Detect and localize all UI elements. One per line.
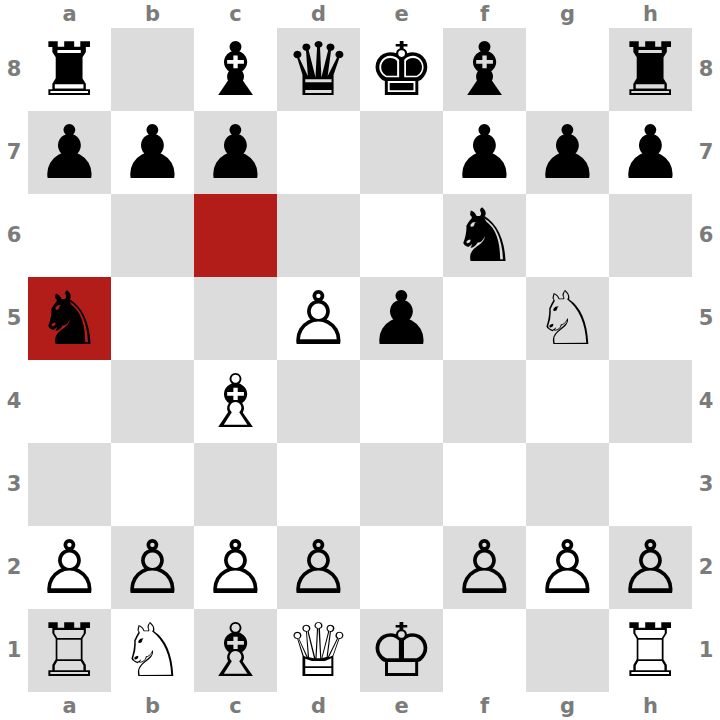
square-a6[interactable]	[28, 194, 111, 277]
square-d8[interactable]: ♛	[277, 28, 360, 111]
square-b5[interactable]	[111, 277, 194, 360]
square-h5[interactable]	[609, 277, 692, 360]
square-a8[interactable]: ♜	[28, 28, 111, 111]
square-b7[interactable]: ♟	[111, 111, 194, 194]
corner-spacer	[692, 0, 720, 28]
file-label-d: d	[277, 0, 360, 28]
white-pawn[interactable]: ♙	[285, 277, 351, 360]
white-knight[interactable]: ♘	[534, 277, 600, 360]
black-pawn[interactable]: ♟	[534, 111, 600, 194]
rank-label-5: 5	[0, 277, 28, 360]
rank-label-2: 2	[0, 526, 28, 609]
file-label-a: a	[28, 692, 111, 720]
black-pawn[interactable]: ♟	[617, 111, 683, 194]
square-a7[interactable]: ♟	[28, 111, 111, 194]
square-d1[interactable]: ♕	[277, 609, 360, 692]
square-h6[interactable]	[609, 194, 692, 277]
white-rook[interactable]: ♖	[617, 609, 683, 692]
rank-label-1: 1	[0, 609, 28, 692]
rank-labels-left: 87654321	[0, 28, 28, 692]
file-label-h: h	[609, 0, 692, 28]
white-pawn[interactable]: ♙	[36, 526, 102, 609]
file-label-c: c	[194, 0, 277, 28]
square-e8[interactable]: ♚	[360, 28, 443, 111]
rank-label-5: 5	[692, 277, 720, 360]
square-d6[interactable]	[277, 194, 360, 277]
square-b2[interactable]: ♙	[111, 526, 194, 609]
white-pawn[interactable]: ♙	[451, 526, 517, 609]
square-d7[interactable]	[277, 111, 360, 194]
square-h1[interactable]: ♖	[609, 609, 692, 692]
white-pawn[interactable]: ♙	[534, 526, 600, 609]
rank-label-7: 7	[692, 111, 720, 194]
black-pawn[interactable]: ♟	[451, 111, 517, 194]
white-bishop[interactable]: ♗	[202, 609, 268, 692]
square-a4[interactable]	[28, 360, 111, 443]
square-f5[interactable]	[443, 277, 526, 360]
square-h4[interactable]	[609, 360, 692, 443]
rank-label-6: 6	[692, 194, 720, 277]
file-label-b: b	[111, 0, 194, 28]
square-f2[interactable]: ♙	[443, 526, 526, 609]
square-f3[interactable]	[443, 443, 526, 526]
rank-label-8: 8	[0, 28, 28, 111]
square-c7[interactable]: ♟	[194, 111, 277, 194]
black-pawn[interactable]: ♟	[202, 111, 268, 194]
file-label-b: b	[111, 692, 194, 720]
file-label-e: e	[360, 0, 443, 28]
square-e6[interactable]	[360, 194, 443, 277]
corner-spacer	[0, 692, 28, 720]
white-pawn[interactable]: ♙	[617, 526, 683, 609]
chessboard: abcdefgh 87654321 ♜♝♛♚♝♜♟♟♟♟♟♟♞♞♙♟♘♗♙♙♙♙…	[0, 0, 720, 720]
rank-label-8: 8	[692, 28, 720, 111]
square-c1[interactable]: ♗	[194, 609, 277, 692]
square-c8[interactable]: ♝	[194, 28, 277, 111]
square-b6[interactable]	[111, 194, 194, 277]
square-e7[interactable]	[360, 111, 443, 194]
square-b4[interactable]	[111, 360, 194, 443]
file-label-e: e	[360, 692, 443, 720]
white-pawn[interactable]: ♙	[285, 526, 351, 609]
black-knight[interactable]: ♞	[36, 277, 102, 360]
black-pawn[interactable]: ♟	[368, 277, 434, 360]
square-c3[interactable]	[194, 443, 277, 526]
black-king[interactable]: ♚	[368, 28, 434, 111]
file-label-d: d	[277, 692, 360, 720]
square-c2[interactable]: ♙	[194, 526, 277, 609]
board-grid: ♜♝♛♚♝♜♟♟♟♟♟♟♞♞♙♟♘♗♙♙♙♙♙♙♙♖♘♗♕♔♖	[28, 28, 692, 692]
black-rook[interactable]: ♜	[36, 28, 102, 111]
rank-label-1: 1	[692, 609, 720, 692]
rank-label-6: 6	[0, 194, 28, 277]
rank-label-3: 3	[0, 443, 28, 526]
square-e3[interactable]	[360, 443, 443, 526]
square-a1[interactable]: ♖	[28, 609, 111, 692]
file-label-f: f	[443, 692, 526, 720]
square-d5[interactable]: ♙	[277, 277, 360, 360]
corner-spacer	[692, 692, 720, 720]
square-d4[interactable]	[277, 360, 360, 443]
black-bishop[interactable]: ♝	[202, 28, 268, 111]
white-queen[interactable]: ♕	[285, 609, 351, 692]
white-knight[interactable]: ♘	[119, 609, 185, 692]
file-label-h: h	[609, 692, 692, 720]
square-g3[interactable]	[526, 443, 609, 526]
white-pawn[interactable]: ♙	[119, 526, 185, 609]
square-d2[interactable]: ♙	[277, 526, 360, 609]
square-c4[interactable]: ♗	[194, 360, 277, 443]
square-g2[interactable]: ♙	[526, 526, 609, 609]
rank-labels-right: 87654321	[692, 28, 720, 692]
square-e5[interactable]: ♟	[360, 277, 443, 360]
rank-label-7: 7	[0, 111, 28, 194]
square-c6[interactable]	[194, 194, 277, 277]
square-f4[interactable]	[443, 360, 526, 443]
black-bishop[interactable]: ♝	[451, 28, 517, 111]
rank-label-3: 3	[692, 443, 720, 526]
square-a3[interactable]	[28, 443, 111, 526]
square-e4[interactable]	[360, 360, 443, 443]
square-h2[interactable]: ♙	[609, 526, 692, 609]
square-g8[interactable]	[526, 28, 609, 111]
rank-label-4: 4	[0, 360, 28, 443]
square-g5[interactable]: ♘	[526, 277, 609, 360]
square-f1[interactable]	[443, 609, 526, 692]
square-h3[interactable]	[609, 443, 692, 526]
square-h7[interactable]: ♟	[609, 111, 692, 194]
square-b8[interactable]	[111, 28, 194, 111]
file-labels-bottom: abcdefgh	[28, 692, 692, 720]
square-g4[interactable]	[526, 360, 609, 443]
square-a2[interactable]: ♙	[28, 526, 111, 609]
file-label-f: f	[443, 0, 526, 28]
square-g1[interactable]	[526, 609, 609, 692]
square-c5[interactable]	[194, 277, 277, 360]
square-e1[interactable]: ♔	[360, 609, 443, 692]
white-pawn[interactable]: ♙	[202, 526, 268, 609]
file-label-g: g	[526, 0, 609, 28]
square-g6[interactable]	[526, 194, 609, 277]
corner-spacer	[0, 0, 28, 28]
square-d3[interactable]	[277, 443, 360, 526]
square-b3[interactable]	[111, 443, 194, 526]
square-g7[interactable]: ♟	[526, 111, 609, 194]
square-f8[interactable]: ♝	[443, 28, 526, 111]
square-f7[interactable]: ♟	[443, 111, 526, 194]
square-a5[interactable]: ♞	[28, 277, 111, 360]
rank-label-4: 4	[692, 360, 720, 443]
black-pawn[interactable]: ♟	[119, 111, 185, 194]
black-rook[interactable]: ♜	[617, 28, 683, 111]
square-b1[interactable]: ♘	[111, 609, 194, 692]
black-pawn[interactable]: ♟	[36, 111, 102, 194]
black-queen[interactable]: ♛	[285, 28, 351, 111]
white-rook[interactable]: ♖	[36, 609, 102, 692]
white-bishop[interactable]: ♗	[202, 360, 268, 443]
file-label-g: g	[526, 692, 609, 720]
square-h8[interactable]: ♜	[609, 28, 692, 111]
square-f6[interactable]: ♞	[443, 194, 526, 277]
black-knight[interactable]: ♞	[451, 194, 517, 277]
square-e2[interactable]	[360, 526, 443, 609]
white-king[interactable]: ♔	[368, 609, 434, 692]
file-label-a: a	[28, 0, 111, 28]
file-labels-top: abcdefgh	[28, 0, 692, 28]
file-label-c: c	[194, 692, 277, 720]
rank-label-2: 2	[692, 526, 720, 609]
